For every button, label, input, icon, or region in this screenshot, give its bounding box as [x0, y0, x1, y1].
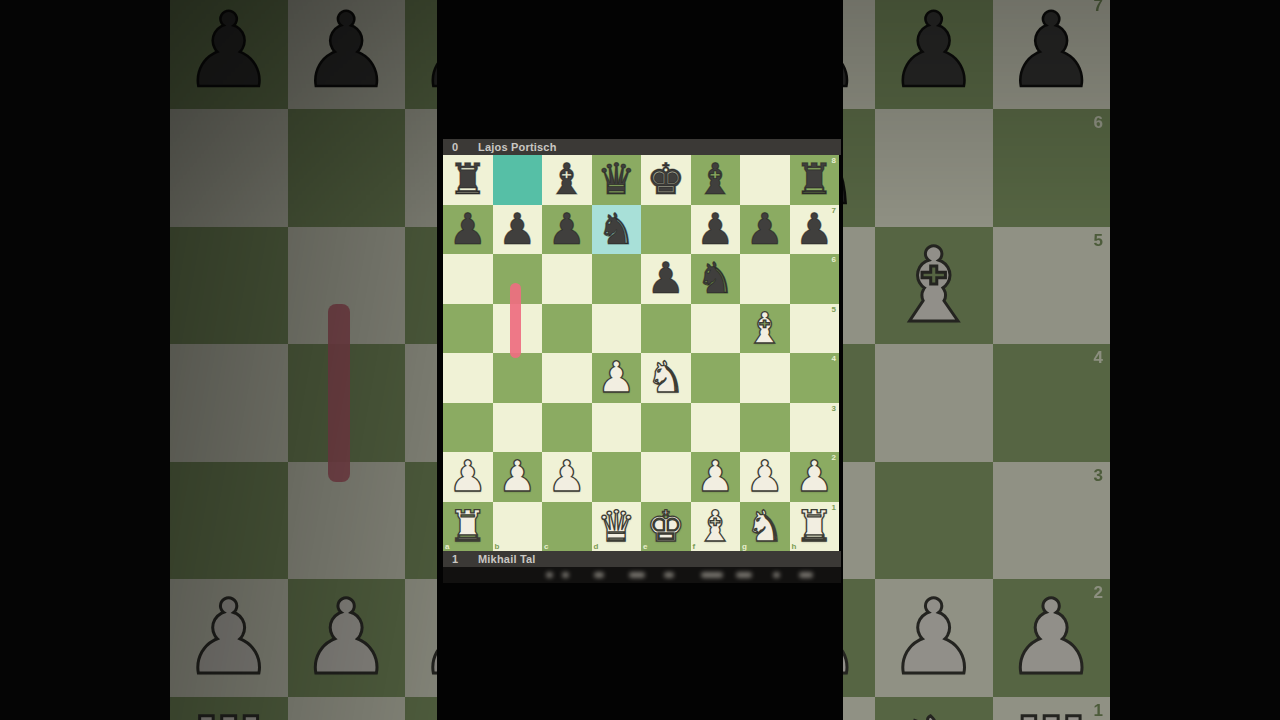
square-b8[interactable] — [493, 155, 543, 205]
letterbox-left — [0, 0, 170, 720]
square-d4[interactable]: ♟ — [592, 353, 642, 403]
rank-label-4: 4 — [1094, 348, 1103, 368]
square-b7[interactable]: ♟ — [493, 205, 543, 255]
white-pawn-icon: ♟ — [170, 579, 288, 697]
square-g5: ♝ — [875, 227, 993, 345]
square-b1 — [288, 697, 406, 720]
white-bishop-icon: ♝ — [875, 227, 993, 345]
square-e6[interactable]: ♟ — [641, 254, 691, 304]
black-knight-icon[interactable]: ♞ — [592, 205, 642, 255]
rank-label-6: 6 — [832, 255, 836, 264]
rank-label-4: 4 — [832, 354, 836, 363]
rank-label-1: 1 — [832, 503, 836, 512]
square-a5 — [170, 227, 288, 345]
chess-board[interactable]: ♜♝♛♚♝8♜♟♟♟♞♟♟7♟♟♞6♝5♟♞43♟♟♟♟♟2♟a♜bcd♛e♚f… — [443, 155, 839, 551]
black-pawn-icon: ♟ — [170, 0, 288, 109]
square-a3[interactable] — [443, 403, 493, 453]
white-bishop-icon[interactable]: ♝ — [691, 502, 741, 552]
black-pawn-icon: ♟ — [288, 0, 406, 109]
rank-label-8: 8 — [832, 156, 836, 165]
black-rook-icon[interactable]: ♜ — [443, 155, 493, 205]
square-a1: ♜ — [170, 697, 288, 720]
white-rook-icon: ♜ — [170, 697, 288, 720]
square-e3[interactable] — [641, 403, 691, 453]
square-c2[interactable]: ♟ — [542, 452, 592, 502]
square-h2[interactable]: 2♟ — [790, 452, 840, 502]
white-pawn-icon[interactable]: ♟ — [592, 353, 642, 403]
square-g6[interactable] — [740, 254, 790, 304]
white-pawn-icon[interactable]: ♟ — [691, 452, 741, 502]
square-h4[interactable]: 4 — [790, 353, 840, 403]
square-b1[interactable]: b — [493, 502, 543, 552]
black-queen-icon[interactable]: ♛ — [592, 155, 642, 205]
white-pawn-icon[interactable]: ♟ — [740, 452, 790, 502]
square-h6: 6 — [993, 109, 1111, 227]
square-g7[interactable]: ♟ — [740, 205, 790, 255]
black-pawn-icon: ♟ — [875, 0, 993, 109]
square-f7[interactable]: ♟ — [691, 205, 741, 255]
square-c3[interactable] — [542, 403, 592, 453]
white-bishop-icon[interactable]: ♝ — [740, 304, 790, 354]
square-f1[interactable]: f♝ — [691, 502, 741, 552]
white-pawn-icon: ♟ — [288, 579, 406, 697]
black-pawn-icon[interactable]: ♟ — [493, 205, 543, 255]
annotation-arrow — [510, 283, 521, 358]
square-h5[interactable]: 5 — [790, 304, 840, 354]
square-f8[interactable]: ♝ — [691, 155, 741, 205]
black-pawn-icon: ♟ — [993, 0, 1111, 109]
square-g7: ♟ — [875, 0, 993, 109]
square-a2: ♟ — [170, 579, 288, 697]
square-h3[interactable]: 3 — [790, 403, 840, 453]
square-g4[interactable] — [740, 353, 790, 403]
square-d2[interactable] — [592, 452, 642, 502]
white-pawn-icon[interactable]: ♟ — [493, 452, 543, 502]
square-h7: 7♟ — [993, 0, 1111, 109]
rank-label-1: 1 — [1094, 701, 1103, 720]
file-label-a: a — [445, 542, 449, 551]
opponent-score: 0 — [452, 141, 478, 153]
square-e1[interactable]: e♚ — [641, 502, 691, 552]
square-g4 — [875, 344, 993, 462]
rank-label-3: 3 — [832, 404, 836, 413]
white-rook-icon[interactable]: ♜ — [443, 502, 493, 552]
video-frame: ♜♝♛♚♝8♜♟♟♟♞♟♟7♟♟♞6♝5♟♞43♟♟♟♟♟2♟♜♛♚♝♞1♜ 0… — [0, 0, 1280, 720]
square-e4[interactable]: ♞ — [641, 353, 691, 403]
square-b3[interactable] — [493, 403, 543, 453]
square-g6 — [875, 109, 993, 227]
square-e2[interactable] — [641, 452, 691, 502]
square-h6[interactable]: 6 — [790, 254, 840, 304]
black-pawn-icon[interactable]: ♟ — [641, 254, 691, 304]
blurred-text-blob — [664, 572, 674, 578]
square-g1: ♞ — [875, 697, 993, 720]
square-h1: 1♜ — [993, 697, 1111, 720]
black-king-icon[interactable]: ♚ — [641, 155, 691, 205]
square-h2: 2♟ — [993, 579, 1111, 697]
rank-label-7: 7 — [832, 206, 836, 215]
white-pawn-icon: ♟ — [875, 579, 993, 697]
square-a5[interactable] — [443, 304, 493, 354]
square-a4[interactable] — [443, 353, 493, 403]
square-c5[interactable] — [542, 304, 592, 354]
white-knight-icon: ♞ — [875, 697, 993, 720]
square-h5: 5 — [993, 227, 1111, 345]
square-g3[interactable] — [740, 403, 790, 453]
square-d8[interactable]: ♛ — [592, 155, 642, 205]
black-pawn-icon[interactable]: ♟ — [740, 205, 790, 255]
square-h1[interactable]: 1h♜ — [790, 502, 840, 552]
rank-label-6: 6 — [1094, 113, 1103, 133]
square-f5[interactable] — [691, 304, 741, 354]
file-label-h: h — [792, 542, 797, 551]
square-g3 — [875, 462, 993, 580]
square-d7[interactable]: ♞ — [592, 205, 642, 255]
move-list-blur-strip — [443, 567, 841, 583]
opponent-name: Lajos Portisch — [478, 141, 557, 153]
square-a2[interactable]: ♟ — [443, 452, 493, 502]
square-g1[interactable]: g♞ — [740, 502, 790, 552]
blurred-text-blob — [546, 572, 553, 578]
square-a6 — [170, 109, 288, 227]
square-c8[interactable]: ♝ — [542, 155, 592, 205]
square-a4 — [170, 344, 288, 462]
rank-label-5: 5 — [832, 305, 836, 314]
rank-label-2: 2 — [832, 453, 836, 462]
square-d5[interactable] — [592, 304, 642, 354]
square-g5[interactable]: ♝ — [740, 304, 790, 354]
rank-label-2: 2 — [1094, 583, 1103, 603]
square-a6[interactable] — [443, 254, 493, 304]
square-b7: ♟ — [288, 0, 406, 109]
square-a3 — [170, 462, 288, 580]
white-knight-icon[interactable]: ♞ — [641, 353, 691, 403]
white-knight-icon[interactable]: ♞ — [740, 502, 790, 552]
square-a1[interactable]: a♜ — [443, 502, 493, 552]
square-c6[interactable] — [542, 254, 592, 304]
square-g2: ♟ — [875, 579, 993, 697]
square-b6 — [288, 109, 406, 227]
white-queen-icon[interactable]: ♛ — [592, 502, 642, 552]
file-label-e: e — [643, 542, 647, 551]
blurred-text-blob — [562, 572, 569, 578]
square-g2[interactable]: ♟ — [740, 452, 790, 502]
black-pawn-icon[interactable]: ♟ — [691, 205, 741, 255]
rank-label-3: 3 — [1094, 466, 1103, 486]
white-pawn-icon[interactable]: ♟ — [542, 452, 592, 502]
square-h4: 4 — [993, 344, 1111, 462]
square-f3[interactable] — [691, 403, 741, 453]
square-e8[interactable]: ♚ — [641, 155, 691, 205]
blurred-text-blob — [594, 572, 604, 578]
white-pawn-icon: ♟ — [993, 579, 1111, 697]
square-d6[interactable] — [592, 254, 642, 304]
background-annotation-arrow — [328, 304, 350, 482]
file-label-g: g — [742, 542, 747, 551]
player-name: Mikhail Tal — [478, 553, 536, 565]
square-d3[interactable] — [592, 403, 642, 453]
white-king-icon[interactable]: ♚ — [641, 502, 691, 552]
file-label-c: c — [544, 542, 548, 551]
blurred-text-blob — [736, 572, 752, 578]
player-score: 1 — [452, 553, 478, 565]
blurred-text-blob — [773, 572, 780, 578]
black-bishop-icon[interactable]: ♝ — [691, 155, 741, 205]
square-f2[interactable]: ♟ — [691, 452, 741, 502]
white-pawn-icon[interactable]: ♟ — [443, 452, 493, 502]
square-h3: 3 — [993, 462, 1111, 580]
square-f6[interactable]: ♞ — [691, 254, 741, 304]
square-b2: ♟ — [288, 579, 406, 697]
square-c1[interactable]: c — [542, 502, 592, 552]
black-knight-icon[interactable]: ♞ — [691, 254, 741, 304]
file-label-f: f — [693, 542, 696, 551]
square-a7[interactable]: ♟ — [443, 205, 493, 255]
white-rook-icon: ♜ — [993, 697, 1111, 720]
square-d1[interactable]: d♛ — [592, 502, 642, 552]
opponent-bar: 0 Lajos Portisch — [443, 139, 841, 155]
black-pawn-icon[interactable]: ♟ — [443, 205, 493, 255]
player-bar: 1 Mikhail Tal — [443, 551, 841, 567]
square-a8[interactable]: ♜ — [443, 155, 493, 205]
black-bishop-icon[interactable]: ♝ — [542, 155, 592, 205]
square-e5[interactable] — [641, 304, 691, 354]
rank-label-5: 5 — [1094, 231, 1103, 251]
square-b4[interactable] — [493, 353, 543, 403]
black-pawn-icon[interactable]: ♟ — [542, 205, 592, 255]
file-label-b: b — [495, 542, 500, 551]
square-a7: ♟ — [170, 0, 288, 109]
square-f4[interactable] — [691, 353, 741, 403]
letterbox-right — [1110, 0, 1280, 720]
blurred-text-blob — [701, 572, 723, 578]
square-h8[interactable]: 8♜ — [790, 155, 840, 205]
file-label-d: d — [594, 542, 599, 551]
blurred-text-blob — [629, 572, 645, 578]
square-c7[interactable]: ♟ — [542, 205, 592, 255]
square-c4[interactable] — [542, 353, 592, 403]
rank-label-7: 7 — [1094, 0, 1103, 16]
square-h7[interactable]: 7♟ — [790, 205, 840, 255]
square-g8[interactable] — [740, 155, 790, 205]
square-b2[interactable]: ♟ — [493, 452, 543, 502]
blurred-text-blob — [799, 572, 813, 578]
square-e7[interactable] — [641, 205, 691, 255]
